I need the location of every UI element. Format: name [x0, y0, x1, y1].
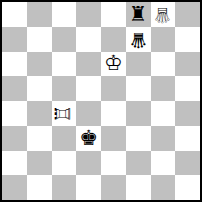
square-c3[interactable] [52, 126, 77, 151]
square-h5[interactable] [175, 76, 200, 101]
square-h4[interactable] [175, 101, 200, 126]
square-d1[interactable] [76, 175, 101, 200]
square-d3[interactable]: ♚ [76, 126, 101, 151]
square-f8[interactable]: ♜ [126, 2, 151, 27]
square-a2[interactable] [2, 151, 27, 176]
square-e2[interactable] [101, 151, 126, 176]
square-e3[interactable] [101, 126, 126, 151]
square-e1[interactable] [101, 175, 126, 200]
white-rook-rotated-90ccw-piece: ♖ [53, 104, 74, 123]
square-a3[interactable] [2, 126, 27, 151]
square-a4[interactable] [2, 101, 27, 126]
square-d6[interactable] [76, 52, 101, 77]
black-grasshopper-inverted-queen-piece: ♛ [129, 29, 148, 50]
square-h8[interactable] [175, 2, 200, 27]
square-b5[interactable] [27, 76, 52, 101]
square-d8[interactable] [76, 2, 101, 27]
square-f7[interactable]: ♛ [126, 27, 151, 52]
white-grasshopper-inverted-queen-piece: ♕ [153, 4, 172, 25]
square-a6[interactable] [2, 52, 27, 77]
square-b6[interactable] [27, 52, 52, 77]
square-h7[interactable] [175, 27, 200, 52]
square-a7[interactable] [2, 27, 27, 52]
square-c5[interactable] [52, 76, 77, 101]
square-f4[interactable] [126, 101, 151, 126]
square-c8[interactable] [52, 2, 77, 27]
square-f2[interactable] [126, 151, 151, 176]
chess-board: ♜♕♛♔♖♚ [0, 0, 202, 202]
square-d7[interactable] [76, 27, 101, 52]
square-g4[interactable] [151, 101, 176, 126]
white-king-piece: ♔ [104, 53, 123, 74]
square-g3[interactable] [151, 126, 176, 151]
square-g6[interactable] [151, 52, 176, 77]
square-d5[interactable] [76, 76, 101, 101]
square-a1[interactable] [2, 175, 27, 200]
square-c6[interactable] [52, 52, 77, 77]
square-e7[interactable] [101, 27, 126, 52]
square-b4[interactable] [27, 101, 52, 126]
diagram: ♜♕♛♔♖♚ [0, 0, 202, 202]
square-h6[interactable] [175, 52, 200, 77]
square-b2[interactable] [27, 151, 52, 176]
square-a5[interactable] [2, 76, 27, 101]
square-f6[interactable] [126, 52, 151, 77]
square-e4[interactable] [101, 101, 126, 126]
square-h2[interactable] [175, 151, 200, 176]
square-c7[interactable] [52, 27, 77, 52]
black-rook-piece: ♜ [129, 4, 148, 25]
square-g1[interactable] [151, 175, 176, 200]
square-c4[interactable]: ♖ [52, 101, 77, 126]
square-f3[interactable] [126, 126, 151, 151]
square-g2[interactable] [151, 151, 176, 176]
square-g5[interactable] [151, 76, 176, 101]
square-a8[interactable] [2, 2, 27, 27]
square-b8[interactable] [27, 2, 52, 27]
square-b1[interactable] [27, 175, 52, 200]
square-d4[interactable] [76, 101, 101, 126]
square-g8[interactable]: ♕ [151, 2, 176, 27]
square-f5[interactable] [126, 76, 151, 101]
square-b3[interactable] [27, 126, 52, 151]
square-d2[interactable] [76, 151, 101, 176]
square-b7[interactable] [27, 27, 52, 52]
square-c2[interactable] [52, 151, 77, 176]
square-e6[interactable]: ♔ [101, 52, 126, 77]
square-f1[interactable] [126, 175, 151, 200]
square-g7[interactable] [151, 27, 176, 52]
square-h1[interactable] [175, 175, 200, 200]
black-king-piece: ♚ [79, 128, 98, 149]
square-e5[interactable] [101, 76, 126, 101]
square-e8[interactable] [101, 2, 126, 27]
square-c1[interactable] [52, 175, 77, 200]
square-h3[interactable] [175, 126, 200, 151]
